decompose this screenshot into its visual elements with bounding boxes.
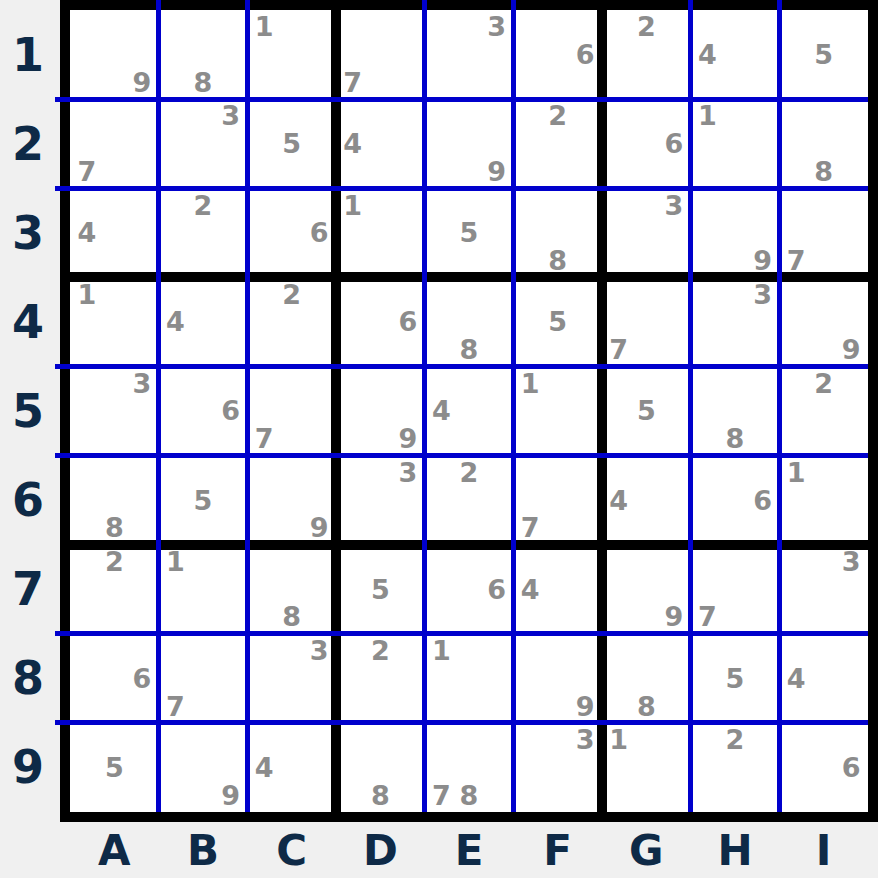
pencil-mark-3: 3: [749, 280, 777, 308]
cell-line-vertical: [156, 0, 161, 812]
pencil-mark-7: 7: [605, 336, 633, 364]
cell-H1[interactable]: 4: [691, 10, 780, 99]
pencil-mark-9: 9: [837, 336, 865, 364]
pencil-mark-8: 8: [101, 514, 129, 542]
cell-F8[interactable]: 9: [513, 634, 602, 723]
pencil-mark-2: 2: [278, 280, 306, 308]
pencil-mark-7: 7: [162, 692, 190, 720]
pencil-mark-2: 2: [810, 369, 838, 397]
pencil-mark-3: 3: [837, 548, 865, 576]
cell-line-horizontal: [55, 453, 868, 458]
cell-line-vertical: [688, 0, 693, 812]
cell-E1[interactable]: 3: [425, 10, 514, 99]
cell-B8[interactable]: 7: [159, 634, 248, 723]
pencil-mark-8: 8: [189, 68, 217, 96]
pencil-mark-2: 2: [101, 548, 129, 576]
cell-H3[interactable]: 9: [691, 188, 780, 277]
cell-G7[interactable]: 9: [602, 545, 691, 634]
pencil-mark-9: 9: [128, 68, 156, 96]
cell-D3[interactable]: 1: [336, 188, 425, 277]
pencil-mark-4: 4: [73, 219, 101, 247]
cell-F7[interactable]: 4: [513, 545, 602, 634]
col-labels: ABCDEFGHI: [70, 822, 868, 878]
pencil-mark-1: 1: [428, 637, 456, 665]
pencil-mark-3: 3: [217, 102, 245, 130]
pencil-mark-9: 9: [483, 158, 511, 186]
cell-B5[interactable]: 6: [159, 366, 248, 455]
cell-F5[interactable]: 1: [513, 366, 602, 455]
pencil-mark-4: 4: [339, 130, 367, 158]
cell-I7[interactable]: 3: [779, 545, 868, 634]
pencil-mark-6: 6: [660, 130, 688, 158]
pencil-mark-6: 6: [837, 754, 865, 782]
col-label-E: E: [425, 822, 514, 878]
cell-H8[interactable]: 5: [691, 634, 780, 723]
cell-line-vertical: [777, 0, 782, 812]
pencil-mark-1: 1: [782, 459, 810, 487]
pencil-mark-3: 3: [483, 13, 511, 41]
pencil-mark-3: 3: [571, 726, 599, 754]
col-label-F: F: [513, 822, 602, 878]
col-label-C: C: [247, 822, 336, 878]
cell-A6[interactable]: 8: [70, 456, 159, 545]
box-line-horizontal: [70, 540, 868, 550]
cell-B9[interactable]: 9: [159, 723, 248, 812]
cell-A2[interactable]: 7: [70, 99, 159, 188]
pencil-mark-6: 6: [571, 41, 599, 69]
pencil-mark-1: 1: [339, 191, 367, 219]
col-label-G: G: [602, 822, 691, 878]
pencil-mark-8: 8: [544, 247, 572, 275]
pencil-mark-3: 3: [660, 191, 688, 219]
cell-A1[interactable]: 9: [70, 10, 159, 99]
cell-I3[interactable]: 7: [779, 188, 868, 277]
pencil-mark-6: 6: [394, 308, 422, 336]
cell-B4[interactable]: 4: [159, 277, 248, 366]
cell-B7[interactable]: 1: [159, 545, 248, 634]
cell-line-vertical: [511, 0, 516, 812]
cell-E4[interactable]: 8: [425, 277, 514, 366]
cell-A5[interactable]: 3: [70, 366, 159, 455]
cell-D7[interactable]: 5: [336, 545, 425, 634]
pencil-mark-7: 7: [73, 158, 101, 186]
pencil-mark-9: 9: [749, 247, 777, 275]
pencil-mark-5: 5: [633, 397, 661, 425]
cell-G3[interactable]: 3: [602, 188, 691, 277]
pencil-mark-1: 1: [605, 726, 633, 754]
pencil-mark-4: 4: [428, 397, 456, 425]
cell-C5[interactable]: 7: [247, 366, 336, 455]
pencil-mark-2: 2: [633, 13, 661, 41]
col-label-I: I: [779, 822, 868, 878]
row-label-9: 9: [0, 723, 56, 812]
cell-line-vertical: [422, 0, 427, 812]
cell-D2[interactable]: 4: [336, 99, 425, 188]
pencil-mark-8: 8: [810, 158, 838, 186]
cell-E7[interactable]: 6: [425, 545, 514, 634]
pencil-mark-7: 7: [339, 68, 367, 96]
cell-I4[interactable]: 9: [779, 277, 868, 366]
row-label-8: 8: [0, 634, 56, 723]
pencil-mark-9: 9: [305, 514, 333, 542]
pencil-mark-4: 4: [782, 664, 810, 692]
cell-G5[interactable]: 5: [602, 366, 691, 455]
pencil-mark-1: 1: [162, 548, 190, 576]
cell-D6[interactable]: 3: [336, 456, 425, 545]
pencil-mark-9: 9: [571, 692, 599, 720]
cell-C2[interactable]: 5: [247, 99, 336, 188]
cell-C8[interactable]: 3: [247, 634, 336, 723]
cell-G8[interactable]: 8: [602, 634, 691, 723]
pencil-mark-6: 6: [305, 219, 333, 247]
cell-E8[interactable]: 1: [425, 634, 514, 723]
row-label-6: 6: [0, 456, 56, 545]
pencil-mark-2: 2: [367, 637, 395, 665]
cell-G2[interactable]: 6: [602, 99, 691, 188]
pencil-mark-8: 8: [633, 692, 661, 720]
row-label-2: 2: [0, 99, 56, 188]
box-line-vertical: [331, 10, 341, 812]
cell-H7[interactable]: 7: [691, 545, 780, 634]
cell-H2[interactable]: 1: [691, 99, 780, 188]
cell-B3[interactable]: 2: [159, 188, 248, 277]
pencil-mark-6: 6: [217, 397, 245, 425]
cell-G1[interactable]: 2: [602, 10, 691, 99]
cell-line-horizontal: [55, 186, 868, 191]
pencil-mark-5: 5: [278, 130, 306, 158]
cell-I9[interactable]: 6: [779, 723, 868, 812]
pencil-mark-7: 7: [694, 603, 722, 631]
cell-C9[interactable]: 4: [247, 723, 336, 812]
cell-A7[interactable]: 2: [70, 545, 159, 634]
pencil-mark-6: 6: [128, 664, 156, 692]
cell-F1[interactable]: 6: [513, 10, 602, 99]
cell-line-horizontal: [55, 631, 868, 636]
cell-A4[interactable]: 1: [70, 277, 159, 366]
cell-G9[interactable]: 1: [602, 723, 691, 812]
pencil-mark-5: 5: [544, 308, 572, 336]
pencil-mark-7: 7: [516, 514, 544, 542]
row-label-3: 3: [0, 188, 56, 277]
pencil-mark-9: 9: [394, 425, 422, 453]
cell-F9[interactable]: 3: [513, 723, 602, 812]
cell-G4[interactable]: 7: [602, 277, 691, 366]
pencil-mark-2: 2: [455, 459, 483, 487]
pencil-mark-8: 8: [367, 781, 395, 809]
row-label-5: 5: [0, 366, 56, 455]
cell-I5[interactable]: 2: [779, 366, 868, 455]
cell-H4[interactable]: 3: [691, 277, 780, 366]
cell-E9[interactable]: 78: [425, 723, 514, 812]
col-label-H: H: [691, 822, 780, 878]
cell-F6[interactable]: 7: [513, 456, 602, 545]
pencil-mark-4: 4: [162, 308, 190, 336]
cell-F4[interactable]: 5: [513, 277, 602, 366]
cell-A3[interactable]: 4: [70, 188, 159, 277]
pencil-mark-4: 4: [516, 575, 544, 603]
row-label-7: 7: [0, 545, 56, 634]
cell-I6[interactable]: 1: [779, 456, 868, 545]
cell-I8[interactable]: 4: [779, 634, 868, 723]
pencil-mark-5: 5: [189, 486, 217, 514]
pencil-mark-5: 5: [455, 219, 483, 247]
pencil-mark-5: 5: [721, 664, 749, 692]
row-label-4: 4: [0, 277, 56, 366]
cell-E5[interactable]: 4: [425, 366, 514, 455]
pencil-mark-3: 3: [305, 637, 333, 665]
box-line-vertical: [597, 10, 607, 812]
pencil-mark-8: 8: [455, 336, 483, 364]
cell-E3[interactable]: 5: [425, 188, 514, 277]
pencil-mark-9: 9: [217, 781, 245, 809]
sudoku-board: 9817362457354926184261583971426857393679…: [60, 0, 878, 822]
row-labels: 123456789: [0, 10, 56, 812]
row-label-1: 1: [0, 10, 56, 99]
pencil-mark-4: 4: [694, 41, 722, 69]
pencil-mark-1: 1: [694, 102, 722, 130]
pencil-mark-4: 4: [250, 754, 278, 782]
pencil-mark-5: 5: [101, 754, 129, 782]
cell-C3[interactable]: 6: [247, 188, 336, 277]
cell-C4[interactable]: 2: [247, 277, 336, 366]
pencil-mark-6: 6: [749, 486, 777, 514]
pencil-mark-7: 7: [250, 425, 278, 453]
sudoku-app: 123456789 981736245735492618426158397142…: [0, 0, 878, 878]
cell-line-horizontal: [55, 720, 868, 725]
cell-line-horizontal: [55, 97, 868, 102]
cell-G6[interactable]: 4: [602, 456, 691, 545]
cell-C1[interactable]: 1: [247, 10, 336, 99]
cell-F2[interactable]: 2: [513, 99, 602, 188]
pencil-mark-2: 2: [721, 726, 749, 754]
pencil-mark-3: 3: [128, 369, 156, 397]
cell-D5[interactable]: 9: [336, 366, 425, 455]
cell-H6[interactable]: 6: [691, 456, 780, 545]
pencil-mark-9: 9: [660, 603, 688, 631]
pencil-mark-4: 4: [605, 486, 633, 514]
pencil-mark-5: 5: [810, 41, 838, 69]
cell-F3[interactable]: 8: [513, 188, 602, 277]
col-label-A: A: [70, 822, 159, 878]
pencil-mark-8: 8: [721, 425, 749, 453]
cell-line-horizontal: [55, 364, 868, 369]
cell-D8[interactable]: 2: [336, 634, 425, 723]
pencil-mark-5: 5: [367, 575, 395, 603]
cell-C6[interactable]: 9: [247, 456, 336, 545]
cell-H9[interactable]: 2: [691, 723, 780, 812]
cell-B2[interactable]: 3: [159, 99, 248, 188]
cell-B1[interactable]: 8: [159, 10, 248, 99]
cell-E6[interactable]: 2: [425, 456, 514, 545]
pencil-mark-2: 2: [544, 102, 572, 130]
cells-grid: 9817362457354926184261583971426857393679…: [70, 10, 868, 812]
pencil-mark-1: 1: [250, 13, 278, 41]
cell-I1[interactable]: 5: [779, 10, 868, 99]
cell-A9[interactable]: 5: [70, 723, 159, 812]
box-line-horizontal: [70, 272, 868, 282]
pencil-mark-7: 7: [428, 781, 456, 809]
cell-H5[interactable]: 8: [691, 366, 780, 455]
cell-A8[interactable]: 6: [70, 634, 159, 723]
pencil-mark-8: 8: [278, 603, 306, 631]
col-label-B: B: [159, 822, 248, 878]
cell-B6[interactable]: 5: [159, 456, 248, 545]
cell-E2[interactable]: 9: [425, 99, 514, 188]
pencil-mark-7: 7: [782, 247, 810, 275]
col-label-D: D: [336, 822, 425, 878]
pencil-mark-6: 6: [483, 575, 511, 603]
pencil-mark-1: 1: [516, 369, 544, 397]
cell-D9[interactable]: 8: [336, 723, 425, 812]
pencil-mark-1: 1: [73, 280, 101, 308]
cell-I2[interactable]: 8: [779, 99, 868, 188]
cell-C7[interactable]: 8: [247, 545, 336, 634]
cell-D1[interactable]: 7: [336, 10, 425, 99]
pencil-mark-3: 3: [394, 459, 422, 487]
pencil-mark-2: 2: [189, 191, 217, 219]
cell-D4[interactable]: 6: [336, 277, 425, 366]
pencil-mark-8: 8: [455, 781, 483, 809]
cell-line-vertical: [245, 0, 250, 812]
